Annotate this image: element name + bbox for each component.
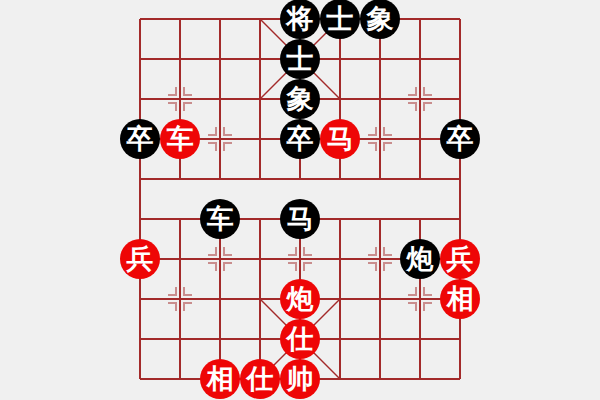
board-point-f6-r8[interactable]: [360, 319, 400, 359]
xiangqi-board: 将士象士象卒车卒马卒车马兵炮兵炮相仕相仕帅: [0, 0, 600, 400]
board-point-f7-r1[interactable]: [400, 39, 440, 79]
board-point-f8-r7[interactable]: 相: [440, 279, 480, 319]
board-point-f2-r0[interactable]: [200, 0, 240, 39]
board-point-f8-r6[interactable]: 兵: [440, 239, 480, 279]
board-point-f2-r4[interactable]: [200, 159, 240, 199]
board-point-f1-r5[interactable]: [160, 199, 200, 239]
board-point-f5-r3[interactable]: 马: [320, 119, 360, 159]
board-point-f3-r5[interactable]: [240, 199, 280, 239]
board-point-f5-r0[interactable]: 士: [320, 0, 360, 39]
board-point-f4-r9[interactable]: 帅: [280, 359, 320, 399]
piece-red-chariot[interactable]: 车: [160, 119, 200, 159]
board-point-f6-r7[interactable]: [360, 279, 400, 319]
board-point-f2-r2[interactable]: [200, 79, 240, 119]
board-point-f8-r4[interactable]: [440, 159, 480, 199]
board-point-f0-r9[interactable]: [120, 359, 160, 399]
board-point-f4-r3[interactable]: 卒: [280, 119, 320, 159]
board-point-f0-r4[interactable]: [120, 159, 160, 199]
board-point-f3-r8[interactable]: [240, 319, 280, 359]
board-point-f2-r3[interactable]: [200, 119, 240, 159]
piece-red-soldier[interactable]: 兵: [440, 239, 480, 279]
board-point-f3-r3[interactable]: [240, 119, 280, 159]
board-point-f7-r2[interactable]: [400, 79, 440, 119]
board-point-f6-r4[interactable]: [360, 159, 400, 199]
piece-black-soldier[interactable]: 卒: [440, 119, 480, 159]
piece-black-horse[interactable]: 马: [280, 199, 320, 239]
board-point-f4-r0[interactable]: 将: [280, 0, 320, 39]
board-point-f0-r6[interactable]: 兵: [120, 239, 160, 279]
board-point-f8-r1[interactable]: [440, 39, 480, 79]
board-point-f0-r0[interactable]: [120, 0, 160, 39]
board-point-f7-r0[interactable]: [400, 0, 440, 39]
piece-black-soldier[interactable]: 卒: [280, 119, 320, 159]
piece-black-elephant[interactable]: 象: [360, 0, 400, 39]
board-point-f7-r5[interactable]: [400, 199, 440, 239]
board-point-f1-r1[interactable]: [160, 39, 200, 79]
board-point-f5-r5[interactable]: [320, 199, 360, 239]
piece-black-advisor[interactable]: 士: [280, 39, 320, 79]
board-point-f6-r5[interactable]: [360, 199, 400, 239]
board-point-f3-r4[interactable]: [240, 159, 280, 199]
board-point-f4-r1[interactable]: 士: [280, 39, 320, 79]
board-point-f1-r2[interactable]: [160, 79, 200, 119]
piece-black-soldier[interactable]: 卒: [120, 119, 160, 159]
board-point-f2-r9[interactable]: 相: [200, 359, 240, 399]
board-point-f2-r8[interactable]: [200, 319, 240, 359]
board-point-f1-r6[interactable]: [160, 239, 200, 279]
board-point-f4-r8[interactable]: 仕: [280, 319, 320, 359]
board-point-f6-r9[interactable]: [360, 359, 400, 399]
board-point-f3-r0[interactable]: [240, 0, 280, 39]
board-point-f8-r5[interactable]: [440, 199, 480, 239]
board-point-f3-r9[interactable]: 仕: [240, 359, 280, 399]
board-point-f2-r1[interactable]: [200, 39, 240, 79]
board-point-f5-r4[interactable]: [320, 159, 360, 199]
board-point-f5-r6[interactable]: [320, 239, 360, 279]
piece-red-elephant[interactable]: 相: [440, 279, 480, 319]
board-point-f7-r7[interactable]: [400, 279, 440, 319]
board-point-f1-r3[interactable]: 车: [160, 119, 200, 159]
board-point-f0-r1[interactable]: [120, 39, 160, 79]
piece-red-general[interactable]: 帅: [280, 359, 320, 399]
board-point-f4-r5[interactable]: 马: [280, 199, 320, 239]
board-point-f4-r7[interactable]: 炮: [280, 279, 320, 319]
board-point-f5-r9[interactable]: [320, 359, 360, 399]
board-point-f4-r4[interactable]: [280, 159, 320, 199]
board-point-f5-r7[interactable]: [320, 279, 360, 319]
board-point-f0-r3[interactable]: 卒: [120, 119, 160, 159]
piece-red-soldier[interactable]: 兵: [120, 239, 160, 279]
board-point-f0-r7[interactable]: [120, 279, 160, 319]
board-point-f1-r9[interactable]: [160, 359, 200, 399]
piece-black-advisor[interactable]: 士: [320, 0, 360, 39]
board-point-f1-r7[interactable]: [160, 279, 200, 319]
board-point-f1-r0[interactable]: [160, 0, 200, 39]
board-point-f7-r4[interactable]: [400, 159, 440, 199]
board-point-f2-r5[interactable]: 车: [200, 199, 240, 239]
piece-black-cannon[interactable]: 炮: [400, 239, 440, 279]
board-point-f4-r6[interactable]: [280, 239, 320, 279]
board-point-f6-r1[interactable]: [360, 39, 400, 79]
board-point-f0-r8[interactable]: [120, 319, 160, 359]
board-point-f6-r3[interactable]: [360, 119, 400, 159]
board-point-f8-r9[interactable]: [440, 359, 480, 399]
board-point-f2-r7[interactable]: [200, 279, 240, 319]
board-point-f3-r6[interactable]: [240, 239, 280, 279]
board-point-f1-r4[interactable]: [160, 159, 200, 199]
piece-black-chariot[interactable]: 车: [200, 199, 240, 239]
board-point-f7-r3[interactable]: [400, 119, 440, 159]
board-point-f5-r8[interactable]: [320, 319, 360, 359]
board-point-f0-r2[interactable]: [120, 79, 160, 119]
board-point-f8-r3[interactable]: 卒: [440, 119, 480, 159]
board-point-f6-r6[interactable]: [360, 239, 400, 279]
board-point-f4-r2[interactable]: 象: [280, 79, 320, 119]
board-point-f6-r2[interactable]: [360, 79, 400, 119]
piece-red-horse[interactable]: 马: [320, 119, 360, 159]
piece-red-cannon[interactable]: 炮: [280, 279, 320, 319]
board-point-f1-r8[interactable]: [160, 319, 200, 359]
board-point-f7-r8[interactable]: [400, 319, 440, 359]
piece-black-elephant[interactable]: 象: [280, 79, 320, 119]
board-point-f3-r2[interactable]: [240, 79, 280, 119]
board-point-f3-r7[interactable]: [240, 279, 280, 319]
board-point-f7-r6[interactable]: 炮: [400, 239, 440, 279]
board-point-f0-r5[interactable]: [120, 199, 160, 239]
board-point-f3-r1[interactable]: [240, 39, 280, 79]
board-point-f6-r0[interactable]: 象: [360, 0, 400, 39]
board-point-f5-r2[interactable]: [320, 79, 360, 119]
board-points-grid: 将士象士象卒车卒马卒车马兵炮兵炮相仕相仕帅: [120, 0, 480, 399]
piece-red-advisor[interactable]: 仕: [280, 319, 320, 359]
piece-black-general[interactable]: 将: [280, 0, 320, 39]
piece-red-advisor[interactable]: 仕: [240, 359, 280, 399]
board-point-f8-r8[interactable]: [440, 319, 480, 359]
board-point-f5-r1[interactable]: [320, 39, 360, 79]
board-point-f7-r9[interactable]: [400, 359, 440, 399]
piece-red-elephant[interactable]: 相: [200, 359, 240, 399]
board-point-f2-r6[interactable]: [200, 239, 240, 279]
board-point-f8-r0[interactable]: [440, 0, 480, 39]
board-point-f8-r2[interactable]: [440, 79, 480, 119]
